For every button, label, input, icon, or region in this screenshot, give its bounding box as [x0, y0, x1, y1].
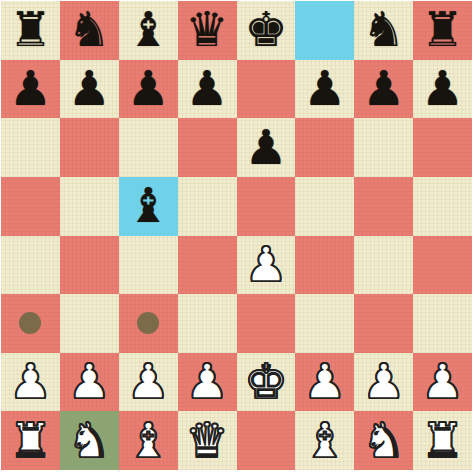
square-b7[interactable]: ♟	[60, 60, 119, 119]
square-e1[interactable]	[237, 411, 296, 470]
white-pawn[interactable]: ♟	[68, 357, 111, 405]
square-f5[interactable]	[295, 177, 354, 236]
square-d3[interactable]	[178, 294, 237, 353]
square-a6[interactable]	[1, 118, 60, 177]
square-a5[interactable]	[1, 177, 60, 236]
black-pawn[interactable]: ♟	[127, 64, 170, 112]
square-c3[interactable]	[119, 294, 178, 353]
white-pawn[interactable]: ♟	[9, 357, 52, 405]
white-bishop[interactable]: ♝	[303, 416, 346, 464]
square-g1[interactable]: ♞	[354, 411, 413, 470]
black-knight[interactable]: ♞	[68, 5, 111, 53]
square-e8[interactable]: ♚	[237, 1, 296, 60]
square-e7[interactable]	[237, 60, 296, 119]
square-d1[interactable]: ♛	[178, 411, 237, 470]
square-g5[interactable]	[354, 177, 413, 236]
legal-move-dot[interactable]	[19, 312, 41, 334]
square-h1[interactable]: ♜	[413, 411, 472, 470]
square-c6[interactable]	[119, 118, 178, 177]
square-d8[interactable]: ♛	[178, 1, 237, 60]
square-f4[interactable]	[295, 236, 354, 295]
black-king[interactable]: ♚	[244, 5, 287, 53]
square-e4[interactable]: ♟	[237, 236, 296, 295]
square-c8[interactable]: ♝	[119, 1, 178, 60]
square-g3[interactable]	[354, 294, 413, 353]
square-h7[interactable]: ♟	[413, 60, 472, 119]
white-rook[interactable]: ♜	[9, 416, 52, 464]
square-a7[interactable]: ♟	[1, 60, 60, 119]
square-h4[interactable]	[413, 236, 472, 295]
square-c7[interactable]: ♟	[119, 60, 178, 119]
white-pawn[interactable]: ♟	[362, 357, 405, 405]
square-d7[interactable]: ♟	[178, 60, 237, 119]
black-pawn[interactable]: ♟	[362, 64, 405, 112]
square-f6[interactable]	[295, 118, 354, 177]
square-b5[interactable]	[60, 177, 119, 236]
black-pawn[interactable]: ♟	[303, 64, 346, 112]
white-pawn[interactable]: ♟	[127, 357, 170, 405]
square-g8[interactable]: ♞	[354, 1, 413, 60]
square-f2[interactable]: ♟	[295, 353, 354, 412]
square-e6[interactable]: ♟	[237, 118, 296, 177]
white-knight[interactable]: ♞	[68, 416, 111, 464]
white-rook[interactable]: ♜	[421, 416, 464, 464]
square-g4[interactable]	[354, 236, 413, 295]
white-pawn[interactable]: ♟	[186, 357, 229, 405]
black-bishop[interactable]: ♝	[127, 181, 170, 229]
white-queen[interactable]: ♛	[186, 416, 229, 464]
chess-board: ♜♞♝♛♚♞♜♟♟♟♟♟♟♟♟♝♟♟♟♟♟♚♟♟♟♜♞♝♛♝♞♜	[1, 1, 472, 470]
white-pawn[interactable]: ♟	[421, 357, 464, 405]
black-knight[interactable]: ♞	[362, 5, 405, 53]
square-e5[interactable]	[237, 177, 296, 236]
square-c5[interactable]: ♝	[119, 177, 178, 236]
square-b8[interactable]: ♞	[60, 1, 119, 60]
square-d4[interactable]	[178, 236, 237, 295]
square-a1[interactable]: ♜	[1, 411, 60, 470]
square-b6[interactable]	[60, 118, 119, 177]
white-knight[interactable]: ♞	[362, 416, 405, 464]
black-queen[interactable]: ♛	[186, 5, 229, 53]
square-a8[interactable]: ♜	[1, 1, 60, 60]
square-g6[interactable]	[354, 118, 413, 177]
black-rook[interactable]: ♜	[9, 5, 52, 53]
square-f7[interactable]: ♟	[295, 60, 354, 119]
square-h2[interactable]: ♟	[413, 353, 472, 412]
square-b1[interactable]: ♞	[60, 411, 119, 470]
square-d2[interactable]: ♟	[178, 353, 237, 412]
white-bishop[interactable]: ♝	[127, 416, 170, 464]
square-e3[interactable]	[237, 294, 296, 353]
black-bishop[interactable]: ♝	[127, 5, 170, 53]
square-f3[interactable]	[295, 294, 354, 353]
chess-app-stage: ♜♞♝♛♚♞♜♟♟♟♟♟♟♟♟♝♟♟♟♟♟♚♟♟♟♜♞♝♛♝♞♜	[0, 0, 474, 472]
white-king[interactable]: ♚	[244, 357, 287, 405]
square-c2[interactable]: ♟	[119, 353, 178, 412]
black-pawn[interactable]: ♟	[244, 123, 287, 171]
square-e2[interactable]: ♚	[237, 353, 296, 412]
square-a4[interactable]	[1, 236, 60, 295]
square-c4[interactable]	[119, 236, 178, 295]
black-pawn[interactable]: ♟	[421, 64, 464, 112]
square-h3[interactable]	[413, 294, 472, 353]
black-pawn[interactable]: ♟	[68, 64, 111, 112]
square-f1[interactable]: ♝	[295, 411, 354, 470]
square-d6[interactable]	[178, 118, 237, 177]
square-f8[interactable]	[295, 1, 354, 60]
square-h6[interactable]	[413, 118, 472, 177]
square-b4[interactable]	[60, 236, 119, 295]
black-rook[interactable]: ♜	[421, 5, 464, 53]
square-g2[interactable]: ♟	[354, 353, 413, 412]
square-c1[interactable]: ♝	[119, 411, 178, 470]
square-a3[interactable]	[1, 294, 60, 353]
black-pawn[interactable]: ♟	[186, 64, 229, 112]
legal-move-dot[interactable]	[137, 312, 159, 334]
square-b3[interactable]	[60, 294, 119, 353]
square-a2[interactable]: ♟	[1, 353, 60, 412]
square-g7[interactable]: ♟	[354, 60, 413, 119]
white-pawn[interactable]: ♟	[303, 357, 346, 405]
black-pawn[interactable]: ♟	[9, 64, 52, 112]
square-d5[interactable]	[178, 177, 237, 236]
square-h5[interactable]	[413, 177, 472, 236]
square-b2[interactable]: ♟	[60, 353, 119, 412]
square-h8[interactable]: ♜	[413, 1, 472, 60]
white-pawn[interactable]: ♟	[244, 240, 287, 288]
